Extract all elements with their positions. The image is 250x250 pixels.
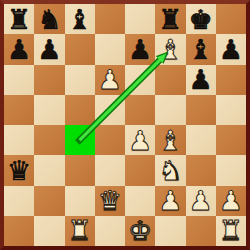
square-a3[interactable]: ♛ [4,155,34,185]
white-pawn-g2[interactable]: ♟ [189,187,213,214]
square-b2[interactable] [34,186,64,216]
black-pawn-h7[interactable]: ♟ [219,36,243,63]
white-pawn-d6[interactable]: ♟ [98,66,122,93]
square-h2[interactable]: ♟ [216,186,246,216]
square-f6[interactable] [155,65,185,95]
square-b1[interactable] [34,216,64,246]
white-knight-f3[interactable]: ♞ [158,157,182,184]
square-e1[interactable]: ♚ [125,216,155,246]
square-a7[interactable]: ♟ [4,34,34,64]
square-b4[interactable] [34,125,64,155]
square-h4[interactable] [216,125,246,155]
white-pawn-h2[interactable]: ♟ [219,187,243,214]
square-d4[interactable] [95,125,125,155]
square-c1[interactable]: ♜ [65,216,95,246]
square-d6[interactable]: ♟ [95,65,125,95]
square-b5[interactable] [34,95,64,125]
square-b8[interactable]: ♞ [34,4,64,34]
square-d2[interactable]: ♛ [95,186,125,216]
chess-board-frame: ♜♞♝♜♚♟♟♟♝♝♟♟♟♟♝♛♞♛♟♟♟♜♚♜ [0,0,250,250]
square-d1[interactable] [95,216,125,246]
square-f4[interactable]: ♝ [155,125,185,155]
square-f3[interactable]: ♞ [155,155,185,185]
black-bishop-c8[interactable]: ♝ [68,6,92,33]
square-h7[interactable]: ♟ [216,34,246,64]
white-queen-d2[interactable]: ♛ [98,187,122,214]
square-d3[interactable] [95,155,125,185]
square-g2[interactable]: ♟ [186,186,216,216]
square-h1[interactable]: ♜ [216,216,246,246]
black-bishop-g7[interactable]: ♝ [189,36,213,63]
square-c3[interactable] [65,155,95,185]
black-king-g8[interactable]: ♚ [189,6,213,33]
square-f7[interactable]: ♝ [155,34,185,64]
black-knight-b8[interactable]: ♞ [37,6,61,33]
square-h3[interactable] [216,155,246,185]
square-a2[interactable] [4,186,34,216]
square-b6[interactable] [34,65,64,95]
square-g7[interactable]: ♝ [186,34,216,64]
white-pawn-e4[interactable]: ♟ [128,127,152,154]
chess-board: ♜♞♝♜♚♟♟♟♝♝♟♟♟♟♝♛♞♛♟♟♟♜♚♜ [4,4,246,246]
black-pawn-e7[interactable]: ♟ [128,36,152,63]
square-c5[interactable] [65,95,95,125]
white-rook-h1[interactable]: ♜ [219,217,243,244]
white-rook-c1[interactable]: ♜ [68,217,92,244]
square-e5[interactable] [125,95,155,125]
square-c6[interactable] [65,65,95,95]
square-e6[interactable] [125,65,155,95]
square-g1[interactable] [186,216,216,246]
square-c8[interactable]: ♝ [65,4,95,34]
square-a6[interactable] [4,65,34,95]
square-a1[interactable] [4,216,34,246]
square-e8[interactable] [125,4,155,34]
white-bishop-f7[interactable]: ♝ [158,36,182,63]
square-a4[interactable] [4,125,34,155]
black-pawn-a7[interactable]: ♟ [7,36,31,63]
square-c4[interactable] [65,125,95,155]
square-g6[interactable]: ♟ [186,65,216,95]
white-king-e1[interactable]: ♚ [128,217,152,244]
square-f2[interactable]: ♟ [155,186,185,216]
white-bishop-f4[interactable]: ♝ [158,127,182,154]
square-h5[interactable] [216,95,246,125]
square-d8[interactable] [95,4,125,34]
square-h6[interactable] [216,65,246,95]
square-a5[interactable] [4,95,34,125]
square-a8[interactable]: ♜ [4,4,34,34]
square-h8[interactable] [216,4,246,34]
black-pawn-g6[interactable]: ♟ [189,66,213,93]
square-g3[interactable] [186,155,216,185]
square-c7[interactable] [65,34,95,64]
white-pawn-f2[interactable]: ♟ [158,187,182,214]
black-pawn-b7[interactable]: ♟ [37,36,61,63]
black-rook-a8[interactable]: ♜ [7,6,31,33]
square-f1[interactable] [155,216,185,246]
square-f5[interactable] [155,95,185,125]
square-g4[interactable] [186,125,216,155]
square-b3[interactable] [34,155,64,185]
square-d7[interactable] [95,34,125,64]
square-e4[interactable]: ♟ [125,125,155,155]
square-c2[interactable] [65,186,95,216]
square-e2[interactable] [125,186,155,216]
square-f8[interactable]: ♜ [155,4,185,34]
square-b7[interactable]: ♟ [34,34,64,64]
square-e7[interactable]: ♟ [125,34,155,64]
square-g8[interactable]: ♚ [186,4,216,34]
square-d5[interactable] [95,95,125,125]
square-e3[interactable] [125,155,155,185]
black-queen-a3[interactable]: ♛ [7,157,31,184]
black-rook-f8[interactable]: ♜ [158,6,182,33]
square-g5[interactable] [186,95,216,125]
